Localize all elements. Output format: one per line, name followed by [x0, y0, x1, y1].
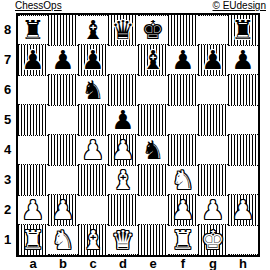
rank-label-7: 7: [0, 45, 15, 75]
file-labels: abcdefgh: [18, 257, 258, 270]
square-c1[interactable]: ♝: [78, 225, 108, 255]
square-c8[interactable]: ♝: [78, 15, 108, 45]
square-b2[interactable]: ♟: [48, 195, 78, 225]
rank-labels: 87654321: [0, 15, 15, 255]
square-b3[interactable]: [48, 165, 78, 195]
square-c3[interactable]: [78, 165, 108, 195]
square-d7[interactable]: [108, 45, 138, 75]
square-a8[interactable]: ♜: [18, 15, 48, 45]
piece-black-queen: ♛: [111, 15, 134, 45]
square-d4[interactable]: ♟: [108, 135, 138, 165]
piece-white-rook: ♜: [21, 225, 44, 255]
square-h7[interactable]: ♟: [228, 45, 258, 75]
file-label-a: a: [18, 257, 48, 270]
square-g1[interactable]: ♚: [198, 225, 228, 255]
square-h5[interactable]: [228, 105, 258, 135]
rank-label-4: 4: [0, 135, 15, 165]
rank-label-3: 3: [0, 165, 15, 195]
square-e8[interactable]: ♚: [138, 15, 168, 45]
square-g4[interactable]: [198, 135, 228, 165]
piece-black-rook: ♜: [231, 15, 254, 45]
file-label-f: f: [168, 257, 198, 270]
square-e1[interactable]: [138, 225, 168, 255]
square-f1[interactable]: ♜: [168, 225, 198, 255]
square-e3[interactable]: [138, 165, 168, 195]
file-label-b: b: [48, 257, 78, 270]
square-b6[interactable]: [48, 75, 78, 105]
piece-black-pawn: ♟: [231, 45, 254, 75]
square-f2[interactable]: ♟: [168, 195, 198, 225]
square-e4[interactable]: ♞: [138, 135, 168, 165]
piece-black-king: ♚: [141, 15, 164, 45]
square-b5[interactable]: [48, 105, 78, 135]
rank-label-1: 1: [0, 225, 15, 255]
square-c5[interactable]: [78, 105, 108, 135]
piece-white-king: ♚: [201, 225, 224, 255]
square-c4[interactable]: ♟: [78, 135, 108, 165]
square-d5[interactable]: ♟: [108, 105, 138, 135]
square-c2[interactable]: [78, 195, 108, 225]
piece-black-pawn: ♟: [171, 45, 194, 75]
piece-black-bishop: ♝: [81, 15, 104, 45]
file-label-e: e: [138, 257, 168, 270]
square-d3[interactable]: ♝: [108, 165, 138, 195]
piece-black-pawn: ♟: [201, 45, 224, 75]
piece-white-rook: ♜: [171, 225, 194, 255]
piece-black-pawn: ♟: [81, 45, 104, 75]
square-d1[interactable]: ♛: [108, 225, 138, 255]
square-c7[interactable]: ♟: [78, 45, 108, 75]
piece-white-bishop: ♝: [111, 165, 134, 195]
rank-label-2: 2: [0, 195, 15, 225]
square-f6[interactable]: [168, 75, 198, 105]
square-a1[interactable]: ♜: [18, 225, 48, 255]
square-a2[interactable]: ♟: [18, 195, 48, 225]
piece-white-knight: ♞: [51, 225, 74, 255]
piece-white-pawn: ♟: [111, 135, 134, 165]
square-e7[interactable]: ♝: [138, 45, 168, 75]
square-e2[interactable]: [138, 195, 168, 225]
file-label-d: d: [108, 257, 138, 270]
square-h3[interactable]: [228, 165, 258, 195]
square-c6[interactable]: ♞: [78, 75, 108, 105]
square-f3[interactable]: ♞: [168, 165, 198, 195]
rank-label-8: 8: [0, 15, 15, 45]
square-a3[interactable]: [18, 165, 48, 195]
app-title-link[interactable]: ChessOps: [15, 0, 62, 12]
square-f5[interactable]: [168, 105, 198, 135]
square-g2[interactable]: ♟: [198, 195, 228, 225]
credit-link[interactable]: © EUdesign: [212, 0, 266, 12]
chess-board: ♜♝♛♚♜♟♟♟♝♟♟♟♞♟♟♟♞♝♞♟♟♟♟♟♜♞♝♛♜♚: [16, 13, 260, 257]
square-h1[interactable]: [228, 225, 258, 255]
square-d2[interactable]: [108, 195, 138, 225]
piece-white-pawn: ♟: [171, 195, 194, 225]
piece-black-pawn: ♟: [111, 105, 134, 135]
square-g8[interactable]: [198, 15, 228, 45]
piece-white-pawn: ♟: [201, 195, 224, 225]
rank-label-5: 5: [0, 105, 15, 135]
file-label-c: c: [78, 257, 108, 270]
file-label-h: h: [228, 257, 258, 270]
piece-black-pawn: ♟: [51, 45, 74, 75]
file-label-g: g: [198, 257, 228, 270]
square-h2[interactable]: ♟: [228, 195, 258, 225]
square-a4[interactable]: [18, 135, 48, 165]
piece-black-rook: ♜: [21, 15, 44, 45]
square-h6[interactable]: [228, 75, 258, 105]
square-f8[interactable]: [168, 15, 198, 45]
square-e5[interactable]: [138, 105, 168, 135]
piece-white-pawn: ♟: [231, 195, 254, 225]
square-g5[interactable]: [198, 105, 228, 135]
square-d8[interactable]: ♛: [108, 15, 138, 45]
square-a7[interactable]: ♟: [18, 45, 48, 75]
piece-white-pawn: ♟: [21, 195, 44, 225]
piece-black-bishop: ♝: [141, 45, 164, 75]
square-b1[interactable]: ♞: [48, 225, 78, 255]
square-b4[interactable]: [48, 135, 78, 165]
piece-white-bishop: ♝: [81, 225, 104, 255]
square-b8[interactable]: [48, 15, 78, 45]
piece-white-knight: ♞: [171, 165, 194, 195]
square-a6[interactable]: [18, 75, 48, 105]
square-d6[interactable]: [108, 75, 138, 105]
square-f7[interactable]: ♟: [168, 45, 198, 75]
square-a5[interactable]: [18, 105, 48, 135]
piece-black-knight: ♞: [81, 75, 104, 105]
square-g7[interactable]: ♟: [198, 45, 228, 75]
piece-black-knight: ♞: [141, 135, 164, 165]
piece-white-pawn: ♟: [81, 135, 104, 165]
square-g6[interactable]: [198, 75, 228, 105]
piece-white-queen: ♛: [111, 225, 134, 255]
square-e6[interactable]: [138, 75, 168, 105]
piece-white-pawn: ♟: [51, 195, 74, 225]
square-f4[interactable]: [168, 135, 198, 165]
square-h8[interactable]: ♜: [228, 15, 258, 45]
rank-label-6: 6: [0, 75, 15, 105]
piece-black-pawn: ♟: [21, 45, 44, 75]
square-g3[interactable]: [198, 165, 228, 195]
square-h4[interactable]: [228, 135, 258, 165]
square-b7[interactable]: ♟: [48, 45, 78, 75]
